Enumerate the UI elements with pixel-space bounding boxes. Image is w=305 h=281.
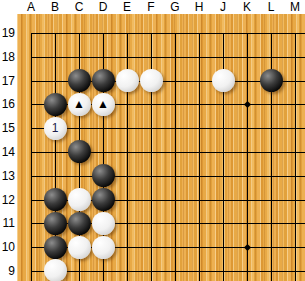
intersection-B9[interactable] [43,259,67,281]
intersection-D15[interactable] [91,116,115,140]
intersection-K18[interactable] [235,45,259,69]
intersection-A12[interactable] [19,188,43,212]
white-stone[interactable] [92,93,115,116]
column-label-A: A [19,0,43,14]
intersection-K10[interactable] [235,235,259,259]
intersection-E10[interactable] [115,235,139,259]
intersection-L9[interactable] [259,259,283,281]
intersection-C10[interactable] [67,235,91,259]
intersection-J11[interactable] [211,211,235,235]
intersection-G18[interactable] [163,45,187,69]
intersection-A19[interactable] [19,21,43,45]
intersection-L17[interactable] [259,69,283,93]
intersection-H19[interactable] [187,21,211,45]
intersection-K15[interactable] [235,116,259,140]
intersection-C15[interactable] [67,116,91,140]
intersection-H9[interactable] [187,259,211,281]
black-stone[interactable] [92,188,115,211]
black-stone[interactable] [260,69,283,92]
white-stone[interactable] [116,69,139,92]
intersection-K13[interactable] [235,164,259,188]
intersection-J10[interactable] [211,235,235,259]
intersection-C17[interactable] [67,69,91,93]
black-stone[interactable] [92,69,115,92]
white-stone[interactable] [44,117,67,140]
intersection-J14[interactable] [211,140,235,164]
intersection-L15[interactable] [259,116,283,140]
intersection-L13[interactable] [259,164,283,188]
intersection-B19[interactable] [43,21,67,45]
intersection-J18[interactable] [211,45,235,69]
white-stone[interactable] [92,212,115,235]
board-grid: ▲▲1 [19,21,305,281]
intersection-K14[interactable] [235,140,259,164]
intersection-M13[interactable] [283,164,305,188]
row-label-9: 9 [0,264,15,278]
intersection-E9[interactable] [115,259,139,281]
column-label-M: M [283,0,305,14]
intersection-B17[interactable] [43,69,67,93]
intersection-M12[interactable] [283,188,305,212]
intersection-L10[interactable] [259,235,283,259]
black-stone[interactable] [44,212,67,235]
intersection-D19[interactable] [91,21,115,45]
intersection-M17[interactable] [283,69,305,93]
intersection-L12[interactable] [259,188,283,212]
intersection-H12[interactable] [187,188,211,212]
column-label-E: E [115,0,139,14]
intersection-L16[interactable] [259,92,283,116]
intersection-C13[interactable] [67,164,91,188]
intersection-K9[interactable] [235,259,259,281]
intersection-F9[interactable] [139,259,163,281]
intersection-C19[interactable] [67,21,91,45]
intersection-B14[interactable] [43,140,67,164]
intersection-H16[interactable] [187,92,211,116]
intersection-H11[interactable] [187,211,211,235]
intersection-E16[interactable] [115,92,139,116]
intersection-M9[interactable] [283,259,305,281]
column-label-C: C [67,0,91,14]
intersection-D18[interactable] [91,45,115,69]
intersection-B13[interactable] [43,164,67,188]
intersection-C11[interactable] [67,211,91,235]
intersection-G13[interactable] [163,164,187,188]
row-label-13: 13 [0,169,15,183]
black-stone[interactable] [44,188,67,211]
intersection-B10[interactable] [43,235,67,259]
row-label-16: 16 [0,97,15,111]
intersection-J19[interactable] [211,21,235,45]
row-label-10: 10 [0,240,15,254]
intersection-C14[interactable] [67,140,91,164]
intersection-M18[interactable] [283,45,305,69]
intersection-G15[interactable] [163,116,187,140]
intersection-H17[interactable] [187,69,211,93]
intersection-M10[interactable] [283,235,305,259]
intersection-G19[interactable] [163,21,187,45]
row-label-19: 19 [0,26,15,40]
intersection-A15[interactable] [19,116,43,140]
intersection-G14[interactable] [163,140,187,164]
intersection-J13[interactable] [211,164,235,188]
intersection-G11[interactable] [163,211,187,235]
intersection-D12[interactable] [91,188,115,212]
intersection-L18[interactable] [259,45,283,69]
intersection-L11[interactable] [259,211,283,235]
column-label-H: H [187,0,211,14]
intersection-H15[interactable] [187,116,211,140]
intersection-K12[interactable] [235,188,259,212]
white-stone[interactable] [68,188,91,211]
intersection-F19[interactable] [139,21,163,45]
column-label-B: B [43,0,67,14]
intersection-G12[interactable] [163,188,187,212]
intersection-A9[interactable] [19,259,43,281]
white-stone[interactable] [68,236,91,259]
intersection-J15[interactable] [211,116,235,140]
row-label-18: 18 [0,50,15,64]
black-stone[interactable] [44,236,67,259]
intersection-E14[interactable] [115,140,139,164]
white-stone[interactable] [68,93,91,116]
intersection-K17[interactable] [235,69,259,93]
intersection-F10[interactable] [139,235,163,259]
row-label-14: 14 [0,145,15,159]
intersection-C16[interactable]: ▲ [67,92,91,116]
row-label-12: 12 [0,193,15,207]
black-stone[interactable] [68,212,91,235]
row-label-11: 11 [0,216,15,230]
column-label-F: F [139,0,163,14]
intersection-J16[interactable] [211,92,235,116]
intersection-E19[interactable] [115,21,139,45]
column-label-J: J [211,0,235,14]
intersection-D10[interactable] [91,235,115,259]
column-label-D: D [91,0,115,14]
intersection-B16[interactable] [43,92,67,116]
go-diagram: ▲▲1 ABCDEFGHJKLM 191817161514131211109 [0,0,305,281]
intersection-G16[interactable] [163,92,187,116]
intersection-J12[interactable] [211,188,235,212]
intersection-D14[interactable] [91,140,115,164]
black-stone[interactable] [44,93,67,116]
intersection-E17[interactable] [115,69,139,93]
column-label-G: G [163,0,187,14]
intersection-D16[interactable]: ▲ [91,92,115,116]
intersection-B11[interactable] [43,211,67,235]
intersection-E11[interactable] [115,211,139,235]
intersection-C18[interactable] [67,45,91,69]
intersection-G17[interactable] [163,69,187,93]
intersection-G10[interactable] [163,235,187,259]
intersection-F17[interactable] [139,69,163,93]
intersection-H10[interactable] [187,235,211,259]
intersection-F12[interactable] [139,188,163,212]
intersection-A18[interactable] [19,45,43,69]
intersection-K11[interactable] [235,211,259,235]
intersection-M19[interactable] [283,21,305,45]
column-label-L: L [259,0,283,14]
intersection-C12[interactable] [67,188,91,212]
intersection-E13[interactable] [115,164,139,188]
intersection-E18[interactable] [115,45,139,69]
white-stone[interactable] [44,259,67,281]
intersection-J9[interactable] [211,259,235,281]
intersection-B12[interactable] [43,188,67,212]
intersection-L14[interactable] [259,140,283,164]
row-label-17: 17 [0,74,15,88]
intersection-A16[interactable] [19,92,43,116]
column-label-K: K [235,0,259,14]
black-stone[interactable] [68,69,91,92]
intersection-F15[interactable] [139,116,163,140]
intersection-M16[interactable] [283,92,305,116]
white-stone[interactable] [140,69,163,92]
intersection-J17[interactable] [211,69,235,93]
intersection-F16[interactable] [139,92,163,116]
intersection-B15[interactable]: 1 [43,116,67,140]
intersection-D9[interactable] [91,259,115,281]
intersection-A13[interactable] [19,164,43,188]
intersection-H13[interactable] [187,164,211,188]
intersection-D13[interactable] [91,164,115,188]
intersection-H14[interactable] [187,140,211,164]
intersection-K16[interactable] [235,92,259,116]
intersection-G9[interactable] [163,259,187,281]
intersection-H18[interactable] [187,45,211,69]
intersection-A14[interactable] [19,140,43,164]
white-stone[interactable] [212,69,235,92]
intersection-A17[interactable] [19,69,43,93]
black-stone[interactable] [68,140,91,163]
intersection-A10[interactable] [19,235,43,259]
intersection-D17[interactable] [91,69,115,93]
intersection-M15[interactable] [283,116,305,140]
black-stone[interactable] [92,164,115,187]
intersection-B18[interactable] [43,45,67,69]
intersection-D11[interactable] [91,211,115,235]
intersection-M11[interactable] [283,211,305,235]
intersection-E15[interactable] [115,116,139,140]
intersection-L19[interactable] [259,21,283,45]
intersection-A11[interactable] [19,211,43,235]
intersection-K19[interactable] [235,21,259,45]
intersection-F11[interactable] [139,211,163,235]
intersection-M14[interactable] [283,140,305,164]
intersection-F13[interactable] [139,164,163,188]
row-label-15: 15 [0,121,15,135]
intersection-E12[interactable] [115,188,139,212]
white-stone[interactable] [92,236,115,259]
intersection-F18[interactable] [139,45,163,69]
intersection-F14[interactable] [139,140,163,164]
intersection-C9[interactable] [67,259,91,281]
